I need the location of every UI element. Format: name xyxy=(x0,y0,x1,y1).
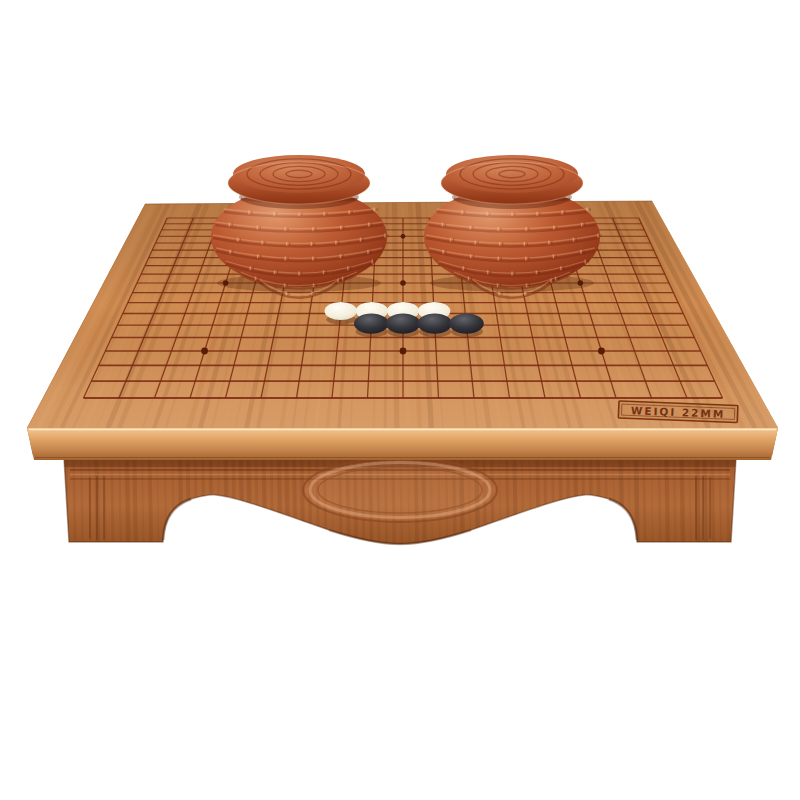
stone-black-14-11 xyxy=(417,314,452,334)
engraved-label: WEIQI 22MM xyxy=(618,401,738,423)
bowl-lid-top xyxy=(446,155,578,193)
stone-black-14-9 xyxy=(354,314,389,334)
go-table-scene: WEIQI 22MM xyxy=(0,0,800,800)
board-top: WEIQI 22MM xyxy=(27,201,778,428)
apron-oval-fill xyxy=(305,460,495,520)
board-front-edge xyxy=(27,428,778,460)
stone-white-13-8 xyxy=(325,302,357,320)
bowl-lid-top xyxy=(233,155,365,193)
star-point-10-10 xyxy=(400,280,406,286)
star-point-16-4 xyxy=(201,348,208,355)
stone-black-14-12 xyxy=(449,314,484,334)
stone-black-14-10 xyxy=(386,314,421,334)
star-point-16-16 xyxy=(598,348,605,355)
table-base xyxy=(64,456,736,546)
star-point-16-10 xyxy=(400,348,407,355)
go-table-product-photo: WEIQI 22MM xyxy=(0,0,800,800)
star-point-4-10 xyxy=(401,234,406,239)
